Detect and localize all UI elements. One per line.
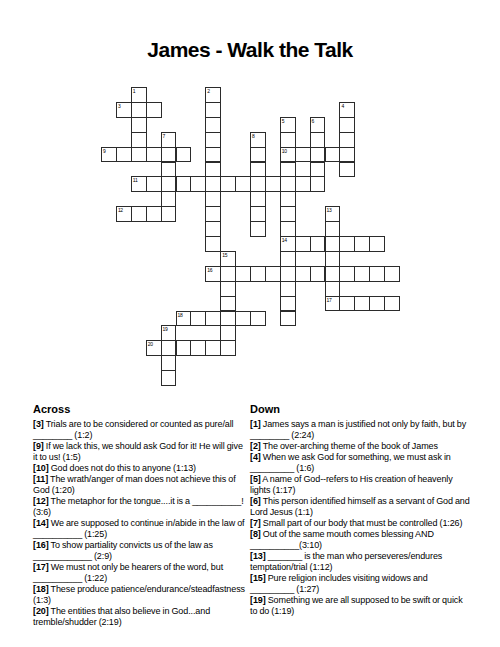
cell-number: 5: [282, 118, 284, 124]
grid-cell-r13c15[interactable]: [325, 281, 341, 297]
grid-cell-r6c12[interactable]: [280, 176, 296, 192]
clue-down-1: [1] James says a man is justified not on…: [250, 419, 471, 441]
grid-cell-r12c13[interactable]: [295, 266, 311, 282]
grid-cell-r2c2[interactable]: [131, 117, 147, 133]
grid-cell-r6c6[interactable]: [190, 176, 206, 192]
clue-number: [3]: [33, 419, 44, 429]
across-header: Across: [33, 403, 249, 415]
grid-cell-r1c16[interactable]: 4: [339, 102, 355, 118]
puzzle-title: James - Walk the Talk: [0, 38, 500, 62]
grid-cell-r12c17[interactable]: [354, 266, 370, 282]
grid-cell-r6c10[interactable]: [250, 176, 266, 192]
grid-cell-r6c11[interactable]: [265, 176, 281, 192]
clue-number: [17]: [33, 562, 49, 572]
grid-cell-r12c18[interactable]: [369, 266, 385, 282]
grid-cell-r7c12[interactable]: [280, 191, 296, 207]
grid-cell-r17c4[interactable]: [161, 340, 177, 356]
clue-across-10: [10] God does not do this to anyone (1:1…: [33, 463, 249, 474]
grid-cell-r14c15[interactable]: 17: [325, 296, 341, 312]
clue-number: [7]: [250, 518, 261, 528]
grid-cell-r0c7[interactable]: 2: [205, 87, 221, 103]
across-clue-list: [3] Trials are to be considered or count…: [33, 419, 249, 628]
cell-number: 16: [207, 267, 212, 273]
clue-number: [4]: [250, 452, 261, 462]
cell-number: 1: [133, 88, 135, 94]
grid-cell-r10c12[interactable]: 14: [280, 236, 296, 252]
grid-cell-r6c9[interactable]: [235, 176, 251, 192]
across-clues-section: Across [3] Trials are to be considered o…: [33, 403, 249, 628]
grid-cell-r3c4[interactable]: 7: [161, 132, 177, 148]
grid-cell-r6c13[interactable]: [295, 176, 311, 192]
grid-cell-r16c4[interactable]: 19: [161, 325, 177, 341]
clue-across-12: [12] The metaphor for the tongue....it i…: [33, 496, 249, 518]
grid-cell-r2c7[interactable]: [205, 117, 221, 133]
grid-cell-r12c10[interactable]: [250, 266, 266, 282]
grid-cell-r6c7[interactable]: [205, 176, 221, 192]
grid-cell-r2c12[interactable]: 5: [280, 117, 296, 133]
cell-number: 7: [163, 133, 165, 139]
grid-cell-r5c14[interactable]: [310, 162, 326, 178]
grid-cell-r18c4[interactable]: [161, 355, 177, 371]
grid-cell-r10c13[interactable]: [295, 236, 311, 252]
cell-number: 12: [118, 207, 123, 213]
grid-cell-r11c8[interactable]: 15: [220, 251, 236, 267]
grid-cell-r11c15[interactable]: [325, 251, 341, 267]
down-clues-section: Down [1] James says a man is justified n…: [250, 403, 471, 617]
grid-cell-r17c5[interactable]: [176, 340, 192, 356]
grid-cell-r5c12[interactable]: [280, 162, 296, 178]
cell-number: 9: [103, 148, 105, 154]
grid-cell-r7c4[interactable]: [161, 191, 177, 207]
grid-cell-r14c17[interactable]: [354, 296, 370, 312]
grid-cell-r8c4[interactable]: [161, 206, 177, 222]
clue-number: [6]: [250, 496, 261, 506]
grid-cell-r9c12[interactable]: [280, 221, 296, 237]
clue-number: [11]: [33, 474, 48, 484]
grid-cell-r10c14[interactable]: [310, 236, 326, 252]
grid-cell-r11c12[interactable]: [280, 251, 296, 267]
grid-cell-r3c14[interactable]: [310, 132, 326, 148]
grid-cell-r3c10[interactable]: 8: [250, 132, 266, 148]
grid-cell-r1c7[interactable]: [205, 102, 221, 118]
clue-across-11: [11] The wrath/anger of man does not ach…: [33, 474, 249, 496]
grid-cell-r8c10[interactable]: [250, 206, 266, 222]
grid-cell-r4c7[interactable]: [205, 147, 221, 163]
cell-number: 11: [133, 177, 138, 183]
grid-cell-r4c5[interactable]: [176, 147, 192, 163]
clue-number: [8]: [250, 529, 261, 539]
clue-across-20: [20] The entities that also believe in G…: [33, 606, 249, 628]
grid-cell-r0c2[interactable]: 1: [131, 87, 147, 103]
grid-cell-r10c18[interactable]: [369, 236, 385, 252]
grid-cell-r7c7[interactable]: [205, 191, 221, 207]
grid-cell-r17c8[interactable]: [220, 340, 236, 356]
grid-cell-r15c5[interactable]: 18: [176, 311, 192, 327]
grid-cell-r19c4[interactable]: [161, 370, 177, 386]
clue-number: [9]: [33, 441, 44, 451]
grid-cell-r5c16[interactable]: [339, 162, 355, 178]
grid-cell-r17c6[interactable]: [190, 340, 206, 356]
clue-down-4: [4] When we ask God for something, we mu…: [250, 452, 471, 474]
grid-cell-r2c14[interactable]: 6: [310, 117, 326, 133]
grid-cell-r4c10[interactable]: [250, 147, 266, 163]
grid-cell-r17c3[interactable]: 20: [146, 340, 162, 356]
crossword-grid: 1234567891011121314151617181920: [101, 87, 401, 387]
grid-cell-r17c7[interactable]: [205, 340, 221, 356]
grid-cell-r5c7[interactable]: [205, 162, 221, 178]
grid-cell-r15c8[interactable]: [220, 311, 236, 327]
down-clue-list: [1] James says a man is justified not on…: [250, 419, 471, 617]
clue-across-14: [14] We are supposed to continue in/abid…: [33, 518, 249, 540]
cell-number: 8: [252, 133, 254, 139]
clue-number: [20]: [33, 606, 49, 616]
grid-cell-r10c16[interactable]: [339, 236, 355, 252]
grid-cell-r13c12[interactable]: [280, 281, 296, 297]
grid-cell-r9c15[interactable]: [325, 221, 341, 237]
clue-across-16: [16] To show partiality convicts us of t…: [33, 540, 249, 562]
grid-cell-r15c7[interactable]: [205, 311, 221, 327]
grid-cell-r12c7[interactable]: 16: [205, 266, 221, 282]
grid-cell-r12c16[interactable]: [339, 266, 355, 282]
grid-cell-r12c11[interactable]: [265, 266, 281, 282]
clue-number: [13]: [250, 551, 266, 561]
cell-number: 17: [327, 297, 332, 303]
clue-number: [18]: [33, 584, 49, 594]
clue-down-19: [19] Something we are all supposed to be…: [250, 595, 471, 617]
grid-cell-r2c16[interactable]: [339, 117, 355, 133]
grid-cell-r12c12[interactable]: [280, 266, 296, 282]
grid-cell-r6c8[interactable]: [220, 176, 236, 192]
grid-cell-r8c7[interactable]: [205, 206, 221, 222]
grid-cell-r14c19[interactable]: [384, 296, 400, 312]
clue-number: [15]: [250, 573, 266, 583]
grid-cell-r14c8[interactable]: [220, 296, 236, 312]
grid-cell-r12c19[interactable]: [384, 266, 400, 282]
grid-cell-r12c15[interactable]: [325, 266, 341, 282]
clue-down-15: [15] Pure religion includes visiting wid…: [250, 573, 471, 595]
clue-number: [16]: [33, 540, 49, 550]
cell-number: 13: [327, 207, 332, 213]
grid-cell-r4c12[interactable]: 10: [280, 147, 296, 163]
grid-cell-r16c8[interactable]: [220, 325, 236, 341]
cell-number: 15: [222, 252, 227, 258]
clue-across-9: [9] If we lack this, we should ask God f…: [33, 441, 249, 463]
clue-number: [5]: [250, 474, 261, 484]
grid-cell-r6c14[interactable]: [310, 176, 326, 192]
grid-cell-r4c0[interactable]: 9: [101, 147, 117, 163]
grid-cell-r6c5[interactable]: [176, 176, 192, 192]
grid-cell-r12c14[interactable]: [310, 266, 326, 282]
clue-down-7: [7] Small part of our body that must be …: [250, 518, 471, 529]
cell-number: 20: [148, 341, 153, 347]
page: James - Walk the Talk 123456789101112131…: [0, 0, 500, 647]
grid-cell-r8c1[interactable]: 12: [116, 206, 132, 222]
grid-cell-r3c7[interactable]: [205, 132, 221, 148]
grid-cell-r4c2[interactable]: [131, 147, 147, 163]
grid-cell-r15c6[interactable]: [190, 311, 206, 327]
clue-down-8: [8] Out of the same mouth comes blessing…: [250, 529, 471, 551]
grid-cell-r13c8[interactable]: [220, 281, 236, 297]
grid-cell-r14c16[interactable]: [339, 296, 355, 312]
cell-number: 6: [312, 118, 314, 124]
grid-cell-r4c16[interactable]: [339, 147, 355, 163]
grid-cell-r9c10[interactable]: [250, 221, 266, 237]
grid-cell-r1c1[interactable]: 3: [116, 102, 132, 118]
grid-cell-r3c2[interactable]: [131, 132, 147, 148]
grid-cell-r6c2[interactable]: 11: [131, 176, 147, 192]
grid-cell-r6c4[interactable]: [161, 176, 177, 192]
clue-number: [1]: [250, 419, 261, 429]
down-header: Down: [250, 403, 471, 415]
grid-cell-r4c15[interactable]: [325, 147, 341, 163]
grid-cell-r10c15[interactable]: [325, 236, 341, 252]
grid-cell-r14c18[interactable]: [369, 296, 385, 312]
grid-cell-r4c13[interactable]: [295, 147, 311, 163]
grid-cell-r12c9[interactable]: [235, 266, 251, 282]
clue-across-3: [3] Trials are to be considered or count…: [33, 419, 249, 441]
grid-cell-r1c3[interactable]: [146, 102, 162, 118]
grid-cell-r3c12[interactable]: [280, 132, 296, 148]
clue-number: [12]: [33, 496, 49, 506]
grid-cell-r8c3[interactable]: [146, 206, 162, 222]
grid-cell-r4c4[interactable]: [161, 147, 177, 163]
grid-cell-r15c12[interactable]: [280, 311, 296, 327]
grid-cell-r4c1[interactable]: [116, 147, 132, 163]
cell-number: 18: [178, 312, 183, 318]
clue-number: [19]: [250, 595, 266, 605]
grid-cell-r9c7[interactable]: [205, 221, 221, 237]
clue-down-13: [13] _______ is the man who perseveres/e…: [250, 551, 471, 573]
grid-cell-r10c17[interactable]: [354, 236, 370, 252]
grid-cell-r6c3[interactable]: [146, 176, 162, 192]
clue-down-6: [6] This person identified himself as a …: [250, 496, 471, 518]
clue-number: [10]: [33, 463, 49, 473]
grid-cell-r5c4[interactable]: [161, 162, 177, 178]
clue-across-18: [18] These produce patience/endurance/st…: [33, 584, 249, 606]
grid-cell-r8c15[interactable]: 13: [325, 206, 341, 222]
grid-cell-r4c14[interactable]: [310, 147, 326, 163]
clue-across-17: [17] We must not only be hearers of the …: [33, 562, 249, 584]
grid-cell-r5c10[interactable]: [250, 162, 266, 178]
cell-number: 19: [163, 326, 168, 332]
cell-number: 4: [341, 103, 343, 109]
grid-cell-r7c10[interactable]: [250, 191, 266, 207]
cell-number: 14: [282, 237, 287, 243]
grid-cell-r4c3[interactable]: [146, 147, 162, 163]
grid-cell-r12c8[interactable]: [220, 266, 236, 282]
grid-cell-r1c2[interactable]: [131, 102, 147, 118]
cell-number: 10: [282, 148, 287, 154]
clue-down-5: [5] A name of God--refers to His creatio…: [250, 474, 471, 496]
grid-cell-r10c7[interactable]: [205, 236, 221, 252]
cell-number: 2: [207, 88, 209, 94]
clue-number: [14]: [33, 518, 49, 528]
grid-cell-r3c16[interactable]: [339, 132, 355, 148]
cell-number: 3: [118, 103, 120, 109]
clue-number: [2]: [250, 441, 261, 451]
clue-down-2: [2] The over-arching theme of the book o…: [250, 441, 471, 452]
grid-cell-r8c2[interactable]: [131, 206, 147, 222]
grid-cell-r15c9[interactable]: [235, 311, 251, 327]
grid-cell-r14c12[interactable]: [280, 296, 296, 312]
grid-cell-r8c12[interactable]: [280, 206, 296, 222]
grid-cell-r15c10[interactable]: [250, 311, 266, 327]
